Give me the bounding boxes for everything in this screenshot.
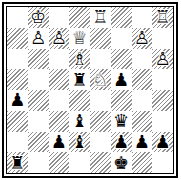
square-d4[interactable] xyxy=(69,90,90,111)
square-f6[interactable] xyxy=(111,49,132,70)
square-f8[interactable] xyxy=(111,7,132,28)
square-g3[interactable] xyxy=(132,111,153,132)
white-pawn: ♙ xyxy=(134,29,150,47)
square-d5[interactable]: ♜ xyxy=(69,69,90,90)
square-e4[interactable] xyxy=(90,90,111,111)
white-pawn: ♙ xyxy=(51,29,67,47)
square-f2[interactable]: ♟ xyxy=(111,132,132,153)
square-h1[interactable] xyxy=(152,152,173,173)
black-bishop: ♝ xyxy=(72,133,88,151)
square-d8[interactable] xyxy=(69,7,90,28)
square-e2[interactable] xyxy=(90,132,111,153)
white-pawn: ♙ xyxy=(155,50,171,68)
black-pawn: ♟ xyxy=(113,133,129,151)
square-c7[interactable]: ♙ xyxy=(49,28,70,49)
square-e5[interactable]: ♘ xyxy=(90,69,111,90)
square-a1[interactable]: ♜ xyxy=(7,152,28,173)
square-b3[interactable] xyxy=(28,111,49,132)
square-e8[interactable]: ♖ xyxy=(90,7,111,28)
white-knight: ♘ xyxy=(92,71,108,89)
square-g4[interactable] xyxy=(132,90,153,111)
square-h3[interactable] xyxy=(152,111,173,132)
square-c3[interactable] xyxy=(49,111,70,132)
square-d1[interactable] xyxy=(69,152,90,173)
square-g2[interactable]: ♟ xyxy=(132,132,153,153)
square-d6[interactable]: ♗ xyxy=(69,49,90,70)
square-g8[interactable] xyxy=(132,7,153,28)
square-b8[interactable]: ♔ xyxy=(28,7,49,28)
square-f3[interactable]: ♛ xyxy=(111,111,132,132)
black-pawn: ♟ xyxy=(9,91,25,109)
black-bishop: ♝ xyxy=(72,112,88,130)
black-queen: ♛ xyxy=(113,112,129,130)
square-d2[interactable]: ♝ xyxy=(69,132,90,153)
square-f4[interactable] xyxy=(111,90,132,111)
square-a8[interactable] xyxy=(7,7,28,28)
diagram-page: ♔♖♖♙♙♕♙♗♙♜♘♟♟♝♛♟♝♟♟♟♜♚ xyxy=(0,0,181,180)
square-b1[interactable] xyxy=(28,152,49,173)
square-f1[interactable]: ♚ xyxy=(111,152,132,173)
white-pawn: ♙ xyxy=(30,29,46,47)
square-b2[interactable] xyxy=(28,132,49,153)
square-e1[interactable] xyxy=(90,152,111,173)
square-a7[interactable] xyxy=(7,28,28,49)
black-rook: ♜ xyxy=(9,154,25,172)
square-g5[interactable] xyxy=(132,69,153,90)
square-g7[interactable]: ♙ xyxy=(132,28,153,49)
square-d7[interactable]: ♕ xyxy=(69,28,90,49)
square-f5[interactable]: ♟ xyxy=(111,69,132,90)
square-h4[interactable] xyxy=(152,90,173,111)
black-pawn: ♟ xyxy=(51,133,67,151)
white-queen: ♕ xyxy=(72,29,88,47)
square-h2[interactable]: ♟ xyxy=(152,132,173,153)
square-a3[interactable] xyxy=(7,111,28,132)
square-b6[interactable] xyxy=(28,49,49,70)
square-c6[interactable] xyxy=(49,49,70,70)
square-h5[interactable] xyxy=(152,69,173,90)
square-b7[interactable]: ♙ xyxy=(28,28,49,49)
square-b5[interactable] xyxy=(28,69,49,90)
chess-board: ♔♖♖♙♙♕♙♗♙♜♘♟♟♝♛♟♝♟♟♟♜♚ xyxy=(6,6,174,174)
black-pawn: ♟ xyxy=(155,133,171,151)
square-a6[interactable] xyxy=(7,49,28,70)
black-rook: ♜ xyxy=(72,71,88,89)
black-pawn: ♟ xyxy=(134,133,150,151)
square-h8[interactable]: ♖ xyxy=(152,7,173,28)
white-bishop: ♗ xyxy=(72,50,88,68)
square-e3[interactable] xyxy=(90,111,111,132)
square-e6[interactable] xyxy=(90,49,111,70)
square-a4[interactable]: ♟ xyxy=(7,90,28,111)
square-h7[interactable] xyxy=(152,28,173,49)
square-c1[interactable] xyxy=(49,152,70,173)
square-a2[interactable] xyxy=(7,132,28,153)
square-d3[interactable]: ♝ xyxy=(69,111,90,132)
square-h6[interactable]: ♙ xyxy=(152,49,173,70)
square-g6[interactable] xyxy=(132,49,153,70)
square-b4[interactable] xyxy=(28,90,49,111)
square-c5[interactable] xyxy=(49,69,70,90)
square-f7[interactable] xyxy=(111,28,132,49)
square-a5[interactable] xyxy=(7,69,28,90)
black-pawn: ♟ xyxy=(113,71,129,89)
board-frame: ♔♖♖♙♙♕♙♗♙♜♘♟♟♝♛♟♝♟♟♟♜♚ xyxy=(2,2,178,178)
square-e7[interactable] xyxy=(90,28,111,49)
square-g1[interactable] xyxy=(132,152,153,173)
white-rook: ♖ xyxy=(155,8,171,26)
black-king: ♚ xyxy=(113,154,129,172)
square-c2[interactable]: ♟ xyxy=(49,132,70,153)
square-c4[interactable] xyxy=(49,90,70,111)
square-c8[interactable] xyxy=(49,7,70,28)
white-king: ♔ xyxy=(30,8,46,26)
white-rook: ♖ xyxy=(92,8,108,26)
